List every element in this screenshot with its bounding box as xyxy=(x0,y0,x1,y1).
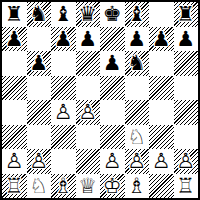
white-pawn-icon: ♟♙ xyxy=(149,149,174,174)
black-queen-icon: ♛ xyxy=(76,2,101,27)
square-c8[interactable]: ♝ xyxy=(51,2,76,27)
square-e8[interactable]: ♚ xyxy=(100,2,125,27)
square-h4[interactable] xyxy=(174,100,199,125)
square-b6[interactable]: ♟ xyxy=(27,51,52,76)
square-g8[interactable] xyxy=(149,2,174,27)
white-pawn-icon: ♟♙ xyxy=(174,149,199,174)
square-e3[interactable] xyxy=(100,125,125,150)
chess-diagram: ♜♞♝♛♚♝♜♟♟♟♟♟♟♟♟♞♟♙♟♙♞♘♟♙♟♙♟♙♟♙♟♙♟♙♜♖♞♘♝♗… xyxy=(0,0,200,200)
square-h5[interactable] xyxy=(174,76,199,101)
square-g7[interactable]: ♟ xyxy=(149,27,174,52)
white-knight-icon: ♞♘ xyxy=(125,125,150,150)
black-rook-icon: ♜ xyxy=(2,2,27,27)
white-rook-icon: ♜♖ xyxy=(2,174,27,199)
square-c6[interactable] xyxy=(51,51,76,76)
square-d3[interactable] xyxy=(76,125,101,150)
square-h1[interactable]: ♜♖ xyxy=(174,174,199,199)
square-e7[interactable] xyxy=(100,27,125,52)
square-d7[interactable]: ♟ xyxy=(76,27,101,52)
white-pawn-icon: ♟♙ xyxy=(51,100,76,125)
square-g2[interactable]: ♟♙ xyxy=(149,149,174,174)
square-a1[interactable]: ♜♖ xyxy=(2,174,27,199)
square-d1[interactable]: ♛♕ xyxy=(76,174,101,199)
white-pawn-icon: ♟♙ xyxy=(125,149,150,174)
square-f1[interactable]: ♝♗ xyxy=(125,174,150,199)
square-g1[interactable] xyxy=(149,174,174,199)
square-e5[interactable] xyxy=(100,76,125,101)
square-f6[interactable]: ♞ xyxy=(125,51,150,76)
square-c7[interactable]: ♟ xyxy=(51,27,76,52)
square-g4[interactable] xyxy=(149,100,174,125)
square-h3[interactable] xyxy=(174,125,199,150)
white-pawn-icon: ♟♙ xyxy=(27,149,52,174)
square-b5[interactable] xyxy=(27,76,52,101)
square-h2[interactable]: ♟♙ xyxy=(174,149,199,174)
square-f8[interactable]: ♝ xyxy=(125,2,150,27)
black-pawn-icon: ♟ xyxy=(2,27,27,52)
square-b1[interactable]: ♞♘ xyxy=(27,174,52,199)
square-b2[interactable]: ♟♙ xyxy=(27,149,52,174)
square-b8[interactable]: ♞ xyxy=(27,2,52,27)
black-pawn-icon: ♟ xyxy=(174,27,199,52)
square-a7[interactable]: ♟ xyxy=(2,27,27,52)
black-pawn-icon: ♟ xyxy=(149,27,174,52)
white-knight-icon: ♞♘ xyxy=(27,174,52,199)
black-pawn-icon: ♟ xyxy=(27,51,52,76)
square-b4[interactable] xyxy=(27,100,52,125)
square-h8[interactable]: ♜ xyxy=(174,2,199,27)
square-g5[interactable] xyxy=(149,76,174,101)
square-d2[interactable] xyxy=(76,149,101,174)
square-f7[interactable]: ♟ xyxy=(125,27,150,52)
white-pawn-icon: ♟♙ xyxy=(100,149,125,174)
square-d6[interactable] xyxy=(76,51,101,76)
square-d8[interactable]: ♛ xyxy=(76,2,101,27)
square-a4[interactable] xyxy=(2,100,27,125)
square-a8[interactable]: ♜ xyxy=(2,2,27,27)
square-f4[interactable] xyxy=(125,100,150,125)
square-e1[interactable]: ♚♔ xyxy=(100,174,125,199)
square-a6[interactable] xyxy=(2,51,27,76)
white-bishop-icon: ♝♗ xyxy=(125,174,150,199)
square-e6[interactable]: ♟ xyxy=(100,51,125,76)
black-king-icon: ♚ xyxy=(100,2,125,27)
square-c2[interactable] xyxy=(51,149,76,174)
white-queen-icon: ♛♕ xyxy=(76,174,101,199)
black-bishop-icon: ♝ xyxy=(125,2,150,27)
square-g3[interactable] xyxy=(149,125,174,150)
square-c4[interactable]: ♟♙ xyxy=(51,100,76,125)
square-b7[interactable] xyxy=(27,27,52,52)
square-f5[interactable] xyxy=(125,76,150,101)
square-h7[interactable]: ♟ xyxy=(174,27,199,52)
square-a2[interactable]: ♟♙ xyxy=(2,149,27,174)
square-d4[interactable]: ♟♙ xyxy=(76,100,101,125)
square-c3[interactable] xyxy=(51,125,76,150)
white-rook-icon: ♜♖ xyxy=(174,174,199,199)
black-pawn-icon: ♟ xyxy=(76,27,101,52)
square-f2[interactable]: ♟♙ xyxy=(125,149,150,174)
white-bishop-icon: ♝♗ xyxy=(51,174,76,199)
white-pawn-icon: ♟♙ xyxy=(76,100,101,125)
square-e2[interactable]: ♟♙ xyxy=(100,149,125,174)
chess-board: ♜♞♝♛♚♝♜♟♟♟♟♟♟♟♟♞♟♙♟♙♞♘♟♙♟♙♟♙♟♙♟♙♟♙♜♖♞♘♝♗… xyxy=(0,0,200,200)
black-knight-icon: ♞ xyxy=(27,2,52,27)
black-rook-icon: ♜ xyxy=(174,2,199,27)
black-knight-icon: ♞ xyxy=(125,51,150,76)
black-pawn-icon: ♟ xyxy=(125,27,150,52)
white-king-icon: ♚♔ xyxy=(100,174,125,199)
square-b3[interactable] xyxy=(27,125,52,150)
square-c5[interactable] xyxy=(51,76,76,101)
square-a5[interactable] xyxy=(2,76,27,101)
white-pawn-icon: ♟♙ xyxy=(2,149,27,174)
square-e4[interactable] xyxy=(100,100,125,125)
black-pawn-icon: ♟ xyxy=(51,27,76,52)
square-f3[interactable]: ♞♘ xyxy=(125,125,150,150)
square-g6[interactable] xyxy=(149,51,174,76)
square-c1[interactable]: ♝♗ xyxy=(51,174,76,199)
square-h6[interactable] xyxy=(174,51,199,76)
black-bishop-icon: ♝ xyxy=(51,2,76,27)
square-d5[interactable] xyxy=(76,76,101,101)
black-pawn-icon: ♟ xyxy=(100,51,125,76)
square-a3[interactable] xyxy=(2,125,27,150)
